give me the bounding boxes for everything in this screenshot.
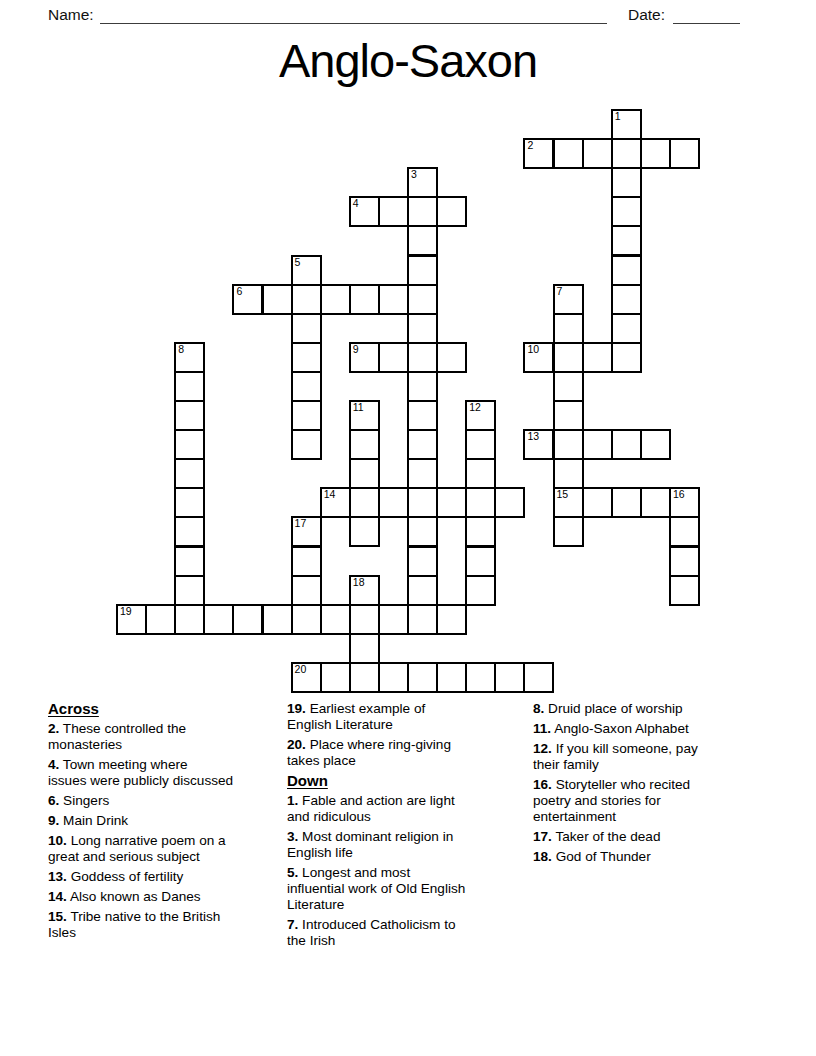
clue-across-14: 14. Also known as Danes (48, 889, 285, 905)
grid-cell-r11c17[interactable] (611, 429, 642, 460)
grid-cell-r14c15[interactable] (553, 516, 584, 547)
grid-cell-r13c8[interactable] (349, 487, 380, 518)
clue-down-18: 18. God of Thunder (533, 849, 768, 865)
grid-cell-r17c8[interactable] (349, 604, 380, 635)
grid-cell-r17c5[interactable] (262, 604, 293, 635)
grid-cell-r15c6[interactable] (291, 546, 322, 577)
clue-down-11: 11. Anglo-Saxon Alphabet (533, 721, 768, 737)
grid-cell-r5c17[interactable] (611, 255, 642, 286)
grid-cell-r17c9[interactable] (378, 604, 409, 635)
clue-down-16: 16. Storyteller who recited poetry and s… (533, 777, 768, 825)
grid-cell-r2c17[interactable] (611, 167, 642, 198)
grid-cell-r7c10[interactable] (407, 313, 438, 344)
grid-cell-r17c6[interactable] (291, 604, 322, 635)
clue-number-16: 16 (673, 488, 685, 500)
grid-cell-r14c8[interactable] (349, 516, 380, 547)
grid-cell-r13c18[interactable] (640, 487, 671, 518)
grid-cell-r8c2[interactable]: 8 (174, 342, 205, 373)
grid-cell-r10c15[interactable] (553, 400, 584, 431)
grid-cell-r19c6[interactable]: 20 (291, 662, 322, 693)
grid-cell-r17c10[interactable] (407, 604, 438, 635)
grid-cell-r19c7[interactable] (320, 662, 351, 693)
clue-column-1: Across2. These controlled the monasterie… (48, 701, 285, 945)
clue-down-7: 7. Introduced Catholicism to the Irish (287, 917, 534, 949)
clue-number-7: 7 (557, 285, 563, 297)
grid-cell-r19c13[interactable] (494, 662, 525, 693)
clue-across-19: 19. Earliest example of English Literatu… (287, 701, 534, 733)
grid-cell-r17c0[interactable]: 19 (116, 604, 147, 635)
grid-cell-r6c5[interactable] (262, 284, 293, 315)
grid-cell-r19c9[interactable] (378, 662, 409, 693)
name-blank-line (100, 23, 607, 24)
clue-number-label: 6. (48, 793, 59, 808)
grid-cell-r15c12[interactable] (465, 546, 496, 577)
clue-number-12: 12 (469, 401, 481, 413)
clue-number-17: 17 (295, 517, 307, 529)
clue-number-label: 14. (48, 889, 67, 904)
grid-cell-r7c17[interactable] (611, 313, 642, 344)
grid-cell-r7c15[interactable] (553, 313, 584, 344)
clue-number-label: 4. (48, 757, 59, 772)
clue-number-4: 4 (353, 197, 359, 209)
grid-cell-r16c10[interactable] (407, 575, 438, 606)
grid-cell-r8c6[interactable] (291, 342, 322, 373)
grid-cell-r11c6[interactable] (291, 429, 322, 460)
across-header: Across (48, 701, 285, 717)
clue-number-label: 11. (533, 721, 551, 736)
grid-cell-r19c10[interactable] (407, 662, 438, 693)
grid-cell-r0c17[interactable]: 1 (611, 109, 642, 140)
grid-cell-r15c2[interactable] (174, 546, 205, 577)
grid-cell-r18c8[interactable] (349, 633, 380, 664)
clue-number-9: 9 (353, 343, 359, 355)
clue-across-20: 20. Place where ring-giving takes place (287, 737, 534, 769)
grid-cell-r10c12[interactable]: 12 (465, 400, 496, 431)
grid-cell-r17c7[interactable] (320, 604, 351, 635)
grid-cell-r19c11[interactable] (436, 662, 467, 693)
grid-cell-r13c17[interactable] (611, 487, 642, 518)
grid-cell-r6c8[interactable] (349, 284, 380, 315)
grid-cell-r12c10[interactable] (407, 458, 438, 489)
clue-number-19: 19 (120, 605, 132, 617)
clue-down-12: 12. If you kill someone, pay their famil… (533, 741, 768, 773)
clue-number-label: 9. (48, 813, 59, 828)
clue-number-label: 2. (48, 721, 59, 736)
grid-cell-r11c2[interactable] (174, 429, 205, 460)
grid-cell-r11c10[interactable] (407, 429, 438, 460)
grid-cell-r10c2[interactable] (174, 400, 205, 431)
down-header: Down (287, 773, 534, 789)
clue-number-label: 19. (287, 701, 306, 716)
clue-across-6: 6. Singers (48, 793, 285, 809)
grid-cell-r13c15[interactable]: 15 (553, 487, 584, 518)
grid-cell-r16c8[interactable]: 18 (349, 575, 380, 606)
grid-cell-r14c10[interactable] (407, 516, 438, 547)
clue-number-label: 8. (533, 701, 544, 716)
grid-cell-r3c8[interactable]: 4 (349, 196, 380, 227)
clue-number-18: 18 (353, 576, 365, 588)
grid-cell-r8c8[interactable]: 9 (349, 342, 380, 373)
clue-across-9: 9. Main Drink (48, 813, 285, 829)
grid-cell-r8c11[interactable] (436, 342, 467, 373)
grid-cell-r9c10[interactable] (407, 371, 438, 402)
grid-cell-r11c12[interactable] (465, 429, 496, 460)
clue-number-6: 6 (236, 285, 242, 297)
clue-number-20: 20 (295, 663, 307, 675)
grid-cell-r19c8[interactable] (349, 662, 380, 693)
date-label: Date: (628, 6, 665, 24)
grid-cell-r5c6[interactable]: 5 (291, 255, 322, 286)
grid-cell-r13c10[interactable] (407, 487, 438, 518)
grid-cell-r8c16[interactable] (582, 342, 613, 373)
grid-cell-r1c16[interactable] (582, 138, 613, 169)
grid-cell-r12c12[interactable] (465, 458, 496, 489)
worksheet-page: Name: Date: Anglo-Saxon 1234567891011121… (0, 0, 816, 1056)
clue-number-14: 14 (324, 488, 336, 500)
grid-cell-r12c2[interactable] (174, 458, 205, 489)
grid-cell-r14c12[interactable] (465, 516, 496, 547)
clue-number-label: 1. (287, 793, 298, 808)
grid-cell-r14c2[interactable] (174, 516, 205, 547)
clue-number-label: 5. (287, 865, 298, 880)
crossword-grid: 1234567891011121314151617181920 (117, 110, 699, 692)
grid-cell-r3c9[interactable] (378, 196, 409, 227)
clue-down-8: 8. Druid place of worship (533, 701, 768, 717)
clue-number-2: 2 (527, 139, 533, 151)
clue-number-label: 12. (533, 741, 552, 756)
grid-cell-r10c10[interactable] (407, 400, 438, 431)
grid-cell-r12c8[interactable] (349, 458, 380, 489)
clue-down-3: 3. Most dominant religion in English lif… (287, 829, 534, 861)
clue-number-5: 5 (295, 256, 301, 268)
grid-cell-r1c15[interactable] (553, 138, 584, 169)
grid-cell-r11c18[interactable] (640, 429, 671, 460)
puzzle-title: Anglo-Saxon (0, 33, 816, 88)
grid-cell-r13c7[interactable]: 14 (320, 487, 351, 518)
grid-cell-r19c14[interactable] (523, 662, 554, 693)
clue-across-10: 10. Long narrative poem on a great and s… (48, 833, 285, 865)
grid-cell-r6c4[interactable]: 6 (232, 284, 263, 315)
clue-number-13: 13 (527, 430, 539, 442)
grid-cell-r5c10[interactable] (407, 255, 438, 286)
clue-down-17: 17. Taker of the dead (533, 829, 768, 845)
clue-down-1: 1. Fable and action are light and ridicu… (287, 793, 534, 825)
grid-cell-r11c8[interactable] (349, 429, 380, 460)
grid-cell-r6c17[interactable] (611, 284, 642, 315)
grid-cell-r9c6[interactable] (291, 371, 322, 402)
grid-cell-r3c11[interactable] (436, 196, 467, 227)
grid-cell-r3c17[interactable] (611, 196, 642, 227)
clue-number-label: 20. (287, 737, 306, 752)
grid-cell-r17c1[interactable] (145, 604, 176, 635)
grid-cell-r14c19[interactable] (669, 516, 700, 547)
name-label: Name: (48, 6, 94, 24)
clue-number-1: 1 (615, 110, 621, 122)
clue-across-15: 15. Tribe native to the British Isles (48, 909, 285, 941)
clue-column-2: 19. Earliest example of English Literatu… (287, 701, 534, 953)
grid-cell-r8c10[interactable] (407, 342, 438, 373)
grid-cell-r17c3[interactable] (203, 604, 234, 635)
clue-number-label: 7. (287, 917, 298, 932)
grid-cell-r13c19[interactable]: 16 (669, 487, 700, 518)
grid-cell-r13c13[interactable] (494, 487, 525, 518)
date-blank-line (673, 23, 740, 24)
grid-cell-r13c12[interactable] (465, 487, 496, 518)
grid-cell-r8c17[interactable] (611, 342, 642, 373)
grid-cell-r4c17[interactable] (611, 225, 642, 256)
grid-cell-r13c16[interactable] (582, 487, 613, 518)
clue-number-label: 18. (533, 849, 552, 864)
grid-cell-r17c11[interactable] (436, 604, 467, 635)
grid-cell-r2c10[interactable]: 3 (407, 167, 438, 198)
clue-column-3: 8. Druid place of worship11. Anglo-Saxon… (533, 701, 768, 869)
clue-across-4: 4. Town meeting where issues were public… (48, 757, 285, 789)
clue-number-3: 3 (411, 168, 417, 180)
clue-number-10: 10 (527, 343, 539, 355)
grid-cell-r13c11[interactable] (436, 487, 467, 518)
grid-cell-r1c19[interactable] (669, 138, 700, 169)
grid-cell-r8c9[interactable] (378, 342, 409, 373)
grid-cell-r1c18[interactable] (640, 138, 671, 169)
grid-cell-r16c2[interactable] (174, 575, 205, 606)
grid-cell-r11c14[interactable]: 13 (523, 429, 554, 460)
grid-cell-r6c15[interactable]: 7 (553, 284, 584, 315)
grid-cell-r11c15[interactable] (553, 429, 584, 460)
grid-cell-r16c19[interactable] (669, 575, 700, 606)
grid-cell-r14c6[interactable]: 17 (291, 516, 322, 547)
grid-cell-r6c9[interactable] (378, 284, 409, 315)
grid-cell-r8c14[interactable]: 10 (523, 342, 554, 373)
grid-cell-r12c15[interactable] (553, 458, 584, 489)
clue-number-label: 10. (48, 833, 67, 848)
grid-cell-r1c17[interactable] (611, 138, 642, 169)
grid-cell-r10c8[interactable]: 11 (349, 400, 380, 431)
grid-cell-r6c7[interactable] (320, 284, 351, 315)
clue-number-15: 15 (557, 488, 569, 500)
clue-number-label: 16. (533, 777, 552, 792)
grid-cell-r17c2[interactable] (174, 604, 205, 635)
grid-cell-r15c10[interactable] (407, 546, 438, 577)
clue-number-label: 13. (48, 869, 67, 884)
grid-cell-r6c6[interactable] (291, 284, 322, 315)
grid-cell-r10c6[interactable] (291, 400, 322, 431)
grid-cell-r16c12[interactable] (465, 575, 496, 606)
grid-cell-r13c2[interactable] (174, 487, 205, 518)
clue-down-5: 5. Longest and most influential work of … (287, 865, 534, 913)
grid-cell-r7c6[interactable] (291, 313, 322, 344)
clue-number-label: 15. (48, 909, 67, 924)
clue-number-label: 17. (533, 829, 552, 844)
grid-cell-r17c4[interactable] (232, 604, 263, 635)
grid-cell-r19c12[interactable] (465, 662, 496, 693)
grid-cell-r4c10[interactable] (407, 225, 438, 256)
clue-number-8: 8 (178, 343, 184, 355)
grid-cell-r3c10[interactable] (407, 196, 438, 227)
clue-number-11: 11 (353, 401, 364, 413)
grid-cell-r15c19[interactable] (669, 546, 700, 577)
clue-number-label: 3. (287, 829, 298, 844)
grid-cell-r6c10[interactable] (407, 284, 438, 315)
grid-cell-r11c16[interactable] (582, 429, 613, 460)
grid-cell-r9c2[interactable] (174, 371, 205, 402)
grid-cell-r13c9[interactable] (378, 487, 409, 518)
grid-cell-r8c15[interactable] (553, 342, 584, 373)
grid-cell-r1c14[interactable]: 2 (523, 138, 554, 169)
grid-cell-r9c15[interactable] (553, 371, 584, 402)
grid-cell-r16c6[interactable] (291, 575, 322, 606)
clue-across-2: 2. These controlled the monasteries (48, 721, 285, 753)
clue-across-13: 13. Goddess of fertility (48, 869, 285, 885)
